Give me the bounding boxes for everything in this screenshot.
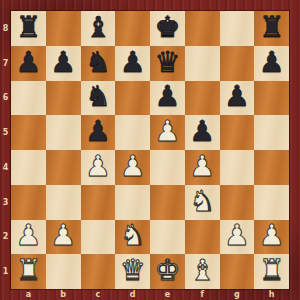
square-g1[interactable] bbox=[220, 254, 255, 289]
file-label-g: g bbox=[220, 289, 255, 300]
file-label-f: f bbox=[185, 289, 220, 300]
rank-labels: 87654321 bbox=[0, 11, 11, 289]
square-h2[interactable]: ♟ bbox=[254, 220, 289, 255]
rank-label-7: 7 bbox=[0, 46, 11, 81]
white-knight[interactable]: ♞ bbox=[189, 187, 215, 216]
black-pawn[interactable]: ♟ bbox=[259, 48, 285, 77]
black-pawn[interactable]: ♟ bbox=[120, 48, 146, 77]
square-c5[interactable]: ♟ bbox=[81, 115, 116, 150]
square-e1[interactable]: ♚ bbox=[150, 254, 185, 289]
white-queen[interactable]: ♛ bbox=[120, 256, 146, 285]
square-g4[interactable] bbox=[220, 150, 255, 185]
rank-label-8: 8 bbox=[0, 11, 11, 46]
file-label-c: c bbox=[81, 289, 116, 300]
file-label-h: h bbox=[254, 289, 289, 300]
white-pawn[interactable]: ♟ bbox=[120, 152, 146, 181]
square-a7[interactable]: ♟ bbox=[11, 46, 46, 81]
black-pawn[interactable]: ♟ bbox=[50, 48, 76, 77]
square-b7[interactable]: ♟ bbox=[46, 46, 81, 81]
square-e8[interactable]: ♚ bbox=[150, 11, 185, 46]
file-label-a: a bbox=[11, 289, 46, 300]
square-c1[interactable] bbox=[81, 254, 116, 289]
square-g3[interactable] bbox=[220, 185, 255, 220]
file-label-e: e bbox=[150, 289, 185, 300]
square-h7[interactable]: ♟ bbox=[254, 46, 289, 81]
square-b4[interactable] bbox=[46, 150, 81, 185]
square-g6[interactable]: ♟ bbox=[220, 81, 255, 116]
square-g2[interactable]: ♟ bbox=[220, 220, 255, 255]
square-f3[interactable]: ♞ bbox=[185, 185, 220, 220]
white-rook[interactable]: ♜ bbox=[15, 256, 41, 285]
square-h5[interactable] bbox=[254, 115, 289, 150]
white-pawn[interactable]: ♟ bbox=[189, 152, 215, 181]
square-d6[interactable] bbox=[115, 81, 150, 116]
square-d7[interactable]: ♟ bbox=[115, 46, 150, 81]
square-c3[interactable] bbox=[81, 185, 116, 220]
square-a3[interactable] bbox=[11, 185, 46, 220]
rank-label-3: 3 bbox=[0, 185, 11, 220]
white-king[interactable]: ♚ bbox=[154, 256, 180, 285]
white-pawn[interactable]: ♟ bbox=[259, 221, 285, 250]
white-pawn[interactable]: ♟ bbox=[50, 221, 76, 250]
rank-label-1: 1 bbox=[0, 254, 11, 289]
square-f1[interactable]: ♝ bbox=[185, 254, 220, 289]
square-f8[interactable] bbox=[185, 11, 220, 46]
square-a6[interactable] bbox=[11, 81, 46, 116]
white-pawn[interactable]: ♟ bbox=[224, 221, 250, 250]
rank-label-4: 4 bbox=[0, 150, 11, 185]
square-d2[interactable]: ♞ bbox=[115, 220, 150, 255]
square-d4[interactable]: ♟ bbox=[115, 150, 150, 185]
black-pawn[interactable]: ♟ bbox=[224, 82, 250, 111]
file-label-b: b bbox=[46, 289, 81, 300]
black-rook[interactable]: ♜ bbox=[15, 13, 41, 42]
rank-label-6: 6 bbox=[0, 81, 11, 116]
black-knight[interactable]: ♞ bbox=[85, 48, 111, 77]
square-a5[interactable] bbox=[11, 115, 46, 150]
square-b8[interactable] bbox=[46, 11, 81, 46]
square-c2[interactable] bbox=[81, 220, 116, 255]
square-d5[interactable] bbox=[115, 115, 150, 150]
white-bishop[interactable]: ♝ bbox=[189, 256, 215, 285]
square-a4[interactable] bbox=[11, 150, 46, 185]
white-pawn[interactable]: ♟ bbox=[154, 117, 180, 146]
white-pawn[interactable]: ♟ bbox=[15, 221, 41, 250]
square-f7[interactable] bbox=[185, 46, 220, 81]
square-f6[interactable] bbox=[185, 81, 220, 116]
square-f2[interactable] bbox=[185, 220, 220, 255]
black-pawn[interactable]: ♟ bbox=[85, 117, 111, 146]
square-h4[interactable] bbox=[254, 150, 289, 185]
square-c4[interactable]: ♟ bbox=[81, 150, 116, 185]
rank-label-5: 5 bbox=[0, 115, 11, 150]
square-e4[interactable] bbox=[150, 150, 185, 185]
square-e3[interactable] bbox=[150, 185, 185, 220]
square-c8[interactable]: ♝ bbox=[81, 11, 116, 46]
square-h6[interactable] bbox=[254, 81, 289, 116]
white-pawn[interactable]: ♟ bbox=[85, 152, 111, 181]
black-bishop[interactable]: ♝ bbox=[85, 13, 111, 42]
square-g5[interactable] bbox=[220, 115, 255, 150]
square-e6[interactable]: ♟ bbox=[150, 81, 185, 116]
square-d8[interactable] bbox=[115, 11, 150, 46]
square-b5[interactable] bbox=[46, 115, 81, 150]
file-label-d: d bbox=[115, 289, 150, 300]
square-c7[interactable]: ♞ bbox=[81, 46, 116, 81]
square-a8[interactable]: ♜ bbox=[11, 11, 46, 46]
black-pawn[interactable]: ♟ bbox=[189, 117, 215, 146]
white-knight[interactable]: ♞ bbox=[120, 221, 146, 250]
square-b6[interactable] bbox=[46, 81, 81, 116]
black-pawn[interactable]: ♟ bbox=[154, 82, 180, 111]
black-queen[interactable]: ♛ bbox=[154, 48, 180, 77]
square-g8[interactable] bbox=[220, 11, 255, 46]
black-king[interactable]: ♚ bbox=[154, 13, 180, 42]
square-h3[interactable] bbox=[254, 185, 289, 220]
rank-label-2: 2 bbox=[0, 220, 11, 255]
file-labels: abcdefgh bbox=[11, 289, 289, 300]
square-b2[interactable]: ♟ bbox=[46, 220, 81, 255]
square-g7[interactable] bbox=[220, 46, 255, 81]
square-c6[interactable]: ♞ bbox=[81, 81, 116, 116]
square-f4[interactable]: ♟ bbox=[185, 150, 220, 185]
square-h8[interactable]: ♜ bbox=[254, 11, 289, 46]
square-a2[interactable]: ♟ bbox=[11, 220, 46, 255]
black-rook[interactable]: ♜ bbox=[259, 13, 285, 42]
square-b3[interactable] bbox=[46, 185, 81, 220]
square-d3[interactable] bbox=[115, 185, 150, 220]
white-rook[interactable]: ♜ bbox=[259, 256, 285, 285]
square-a1[interactable]: ♜ bbox=[11, 254, 46, 289]
square-h1[interactable]: ♜ bbox=[254, 254, 289, 289]
chessboard-frame: ♜♝♚♜♟♟♞♟♛♟♞♟♟♟♟♟♟♟♟♞♟♟♞♟♟♜♛♚♝♜ 87654321 … bbox=[0, 0, 300, 300]
black-pawn[interactable]: ♟ bbox=[15, 48, 41, 77]
square-b1[interactable] bbox=[46, 254, 81, 289]
square-d1[interactable]: ♛ bbox=[115, 254, 150, 289]
square-e7[interactable]: ♛ bbox=[150, 46, 185, 81]
square-f5[interactable]: ♟ bbox=[185, 115, 220, 150]
black-knight[interactable]: ♞ bbox=[85, 82, 111, 111]
square-e5[interactable]: ♟ bbox=[150, 115, 185, 150]
square-e2[interactable] bbox=[150, 220, 185, 255]
chess-board: ♜♝♚♜♟♟♞♟♛♟♞♟♟♟♟♟♟♟♟♞♟♟♞♟♟♜♛♚♝♜ bbox=[11, 11, 289, 289]
